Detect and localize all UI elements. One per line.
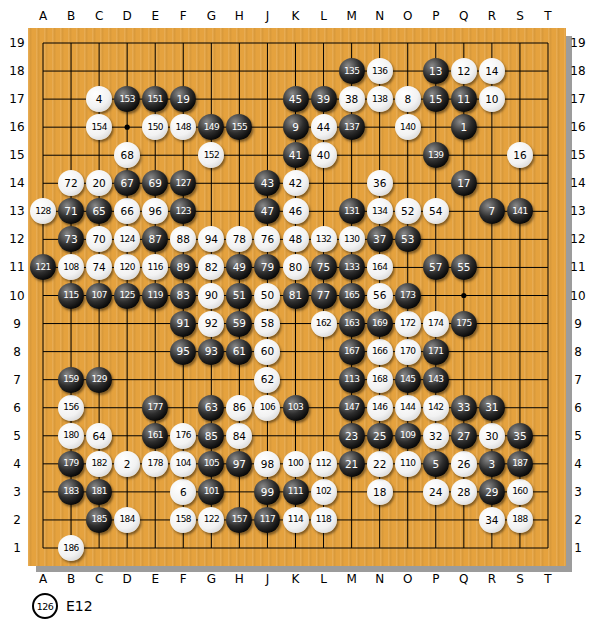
move-number: 55 — [457, 262, 470, 273]
move-number: 125 — [119, 291, 134, 300]
stone-L2[interactable]: 118 — [311, 507, 337, 533]
go-kifu-diagram: 1234567891011121314151617181920212223242… — [0, 0, 600, 635]
col-label-top-E: E — [151, 9, 159, 23]
move-number: 78 — [233, 234, 246, 245]
move-number: 188 — [512, 515, 527, 524]
stone-N18[interactable]: 136 — [367, 58, 393, 84]
row-label-right-2: 2 — [574, 513, 582, 527]
stone-C7[interactable]: 129 — [86, 367, 112, 393]
stone-N7[interactable]: 168 — [367, 367, 393, 393]
col-label-top-J: J — [266, 9, 270, 23]
stone-L12[interactable]: 132 — [311, 226, 337, 252]
stone-D10[interactable]: 125 — [114, 283, 140, 309]
move-number: 57 — [429, 262, 442, 273]
col-label-top-T: T — [544, 9, 551, 23]
stone-H5[interactable]: 84 — [226, 423, 252, 449]
stone-C10[interactable]: 107 — [86, 283, 112, 309]
move-number: 24 — [429, 487, 442, 498]
move-number: 108 — [63, 263, 78, 272]
move-number: 112 — [316, 459, 331, 468]
move-number: 120 — [119, 263, 134, 272]
move-number: 92 — [205, 318, 218, 329]
stone-B1[interactable]: 186 — [58, 535, 84, 561]
move-number: 50 — [261, 290, 274, 301]
move-number: 177 — [148, 403, 163, 412]
move-number: 138 — [372, 95, 387, 104]
row-label-right-9: 9 — [574, 317, 582, 331]
stone-K13[interactable]: 46 — [283, 198, 309, 224]
row-label-left-12: 12 — [9, 232, 24, 246]
row-label-right-1: 1 — [574, 541, 582, 555]
move-number: 145 — [400, 375, 415, 384]
stone-O9[interactable]: 172 — [395, 311, 421, 337]
stone-R5[interactable]: 30 — [479, 423, 505, 449]
move-number: 158 — [176, 515, 191, 524]
stone-N14[interactable]: 36 — [367, 170, 393, 196]
stone-P4[interactable]: 5 — [423, 451, 449, 477]
move-number: 167 — [344, 347, 359, 356]
stone-L17[interactable]: 39 — [311, 86, 337, 112]
move-number: 187 — [512, 459, 527, 468]
col-label-top-C: C — [95, 9, 103, 23]
stone-H10[interactable]: 51 — [226, 283, 252, 309]
stone-H9[interactable]: 59 — [226, 311, 252, 337]
move-number: 86 — [233, 402, 246, 413]
col-label-bottom-N: N — [375, 572, 384, 586]
stone-K10[interactable]: 81 — [283, 283, 309, 309]
move-number: 160 — [512, 487, 527, 496]
move-number: 182 — [91, 459, 106, 468]
move-number: 111 — [288, 487, 303, 496]
stone-R18[interactable]: 14 — [479, 58, 505, 84]
move-number: 61 — [233, 346, 246, 357]
move-number: 180 — [63, 431, 78, 440]
move-number: 100 — [288, 459, 303, 468]
move-number: 84 — [233, 431, 246, 442]
move-number: 68 — [120, 150, 133, 161]
stone-K4[interactable]: 100 — [283, 451, 309, 477]
move-number: 4 — [96, 94, 103, 105]
stone-O10[interactable]: 173 — [395, 283, 421, 309]
stone-P7[interactable]: 143 — [423, 367, 449, 393]
col-label-bottom-T: T — [544, 572, 551, 586]
move-number: 44 — [317, 122, 330, 133]
row-label-right-4: 4 — [574, 457, 582, 471]
move-number: 29 — [485, 487, 498, 498]
stone-Q5[interactable]: 27 — [451, 423, 477, 449]
move-number: 156 — [63, 403, 78, 412]
stone-M11[interactable]: 133 — [339, 254, 365, 280]
move-number: 54 — [429, 206, 442, 217]
move-number: 133 — [344, 263, 359, 272]
go-board[interactable]: 1234567891011121314151617181920212223242… — [28, 28, 566, 566]
move-number: 12 — [457, 66, 470, 77]
move-number: 172 — [400, 319, 415, 328]
move-number: 121 — [35, 263, 50, 272]
stone-P9[interactable]: 174 — [423, 311, 449, 337]
move-number: 26 — [457, 459, 470, 470]
stone-F8[interactable]: 95 — [170, 339, 196, 365]
col-label-top-L: L — [320, 9, 327, 23]
stone-K11[interactable]: 80 — [283, 254, 309, 280]
move-number: 71 — [64, 206, 77, 217]
stone-G8[interactable]: 93 — [198, 339, 224, 365]
stone-B5[interactable]: 180 — [58, 423, 84, 449]
move-number: 127 — [176, 179, 191, 188]
stone-G6[interactable]: 63 — [198, 395, 224, 421]
stone-N9[interactable]: 169 — [367, 311, 393, 337]
move-number: 109 — [400, 431, 415, 440]
move-number: 93 — [205, 346, 218, 357]
stone-K17[interactable]: 45 — [283, 86, 309, 112]
move-number: 59 — [233, 318, 246, 329]
stone-M8[interactable]: 167 — [339, 339, 365, 365]
stone-R17[interactable]: 10 — [479, 86, 505, 112]
move-number: 151 — [148, 95, 163, 104]
stone-E4[interactable]: 178 — [142, 451, 168, 477]
stone-N4[interactable]: 22 — [367, 451, 393, 477]
stone-C5[interactable]: 64 — [86, 423, 112, 449]
row-label-right-8: 8 — [574, 345, 582, 359]
stone-F5[interactable]: 176 — [170, 423, 196, 449]
stone-K6[interactable]: 103 — [283, 395, 309, 421]
stone-N10[interactable]: 56 — [367, 283, 393, 309]
move-number: 144 — [400, 403, 415, 412]
stone-E5[interactable]: 161 — [142, 423, 168, 449]
move-number: 94 — [205, 234, 218, 245]
col-label-bottom-P: P — [432, 572, 439, 586]
stone-M17[interactable]: 38 — [339, 86, 365, 112]
move-number: 77 — [317, 290, 330, 301]
stone-J6[interactable]: 106 — [254, 395, 280, 421]
move-number: 22 — [373, 459, 386, 470]
row-label-right-3: 3 — [574, 485, 582, 499]
stone-N3[interactable]: 18 — [367, 479, 393, 505]
move-number: 88 — [177, 234, 190, 245]
move-number: 128 — [35, 207, 50, 216]
move-number: 164 — [372, 263, 387, 272]
move-number: 62 — [261, 374, 274, 385]
stone-Q18[interactable]: 12 — [451, 58, 477, 84]
move-number: 186 — [63, 544, 78, 553]
move-number: 83 — [177, 290, 190, 301]
stone-G10[interactable]: 90 — [198, 283, 224, 309]
col-label-top-N: N — [375, 9, 384, 23]
move-number: 65 — [92, 206, 105, 217]
move-number: 47 — [261, 206, 274, 217]
move-number: 30 — [485, 431, 498, 442]
row-label-left-9: 9 — [13, 317, 21, 331]
stone-S4[interactable]: 187 — [507, 451, 533, 477]
stone-N13[interactable]: 134 — [367, 198, 393, 224]
stone-L15[interactable]: 40 — [311, 142, 337, 168]
move-number: 16 — [513, 150, 526, 161]
move-number: 181 — [91, 487, 106, 496]
col-label-top-S: S — [516, 9, 524, 23]
stone-Q4[interactable]: 26 — [451, 451, 477, 477]
row-label-left-3: 3 — [13, 485, 21, 499]
move-number: 141 — [512, 207, 527, 216]
stone-L10[interactable]: 77 — [311, 283, 337, 309]
stone-K2[interactable]: 114 — [283, 507, 309, 533]
col-label-bottom-S: S — [516, 572, 524, 586]
col-label-top-O: O — [403, 9, 412, 23]
stone-F9[interactable]: 91 — [170, 311, 196, 337]
move-number: 124 — [119, 235, 134, 244]
stone-M9[interactable]: 163 — [339, 311, 365, 337]
stone-J8[interactable]: 60 — [254, 339, 280, 365]
stone-M12[interactable]: 130 — [339, 226, 365, 252]
stone-K3[interactable]: 111 — [283, 479, 309, 505]
move-number: 79 — [261, 262, 274, 273]
move-number: 19 — [177, 94, 190, 105]
col-label-bottom-B: B — [67, 572, 75, 586]
move-number: 95 — [177, 346, 190, 357]
stone-O4[interactable]: 110 — [395, 451, 421, 477]
move-number: 20 — [92, 178, 105, 189]
row-label-left-13: 13 — [9, 204, 24, 218]
stone-M13[interactable]: 131 — [339, 198, 365, 224]
row-label-right-12: 12 — [570, 232, 585, 246]
move-number: 142 — [428, 403, 443, 412]
col-label-bottom-R: R — [488, 572, 496, 586]
stone-F3[interactable]: 6 — [170, 479, 196, 505]
stone-B7[interactable]: 159 — [58, 367, 84, 393]
stone-Q16[interactable]: 1 — [451, 114, 477, 140]
stone-K12[interactable]: 48 — [283, 226, 309, 252]
stone-J9[interactable]: 58 — [254, 311, 280, 337]
col-label-bottom-M: M — [346, 572, 356, 586]
stone-M4[interactable]: 21 — [339, 451, 365, 477]
col-label-top-P: P — [432, 9, 439, 23]
col-label-bottom-J: J — [266, 572, 270, 586]
move-number: 1 — [460, 122, 467, 133]
move-number: 174 — [428, 319, 443, 328]
stone-H6[interactable]: 86 — [226, 395, 252, 421]
move-number: 114 — [288, 515, 303, 524]
stone-S15[interactable]: 16 — [507, 142, 533, 168]
stone-R2[interactable]: 34 — [479, 507, 505, 533]
stone-K16[interactable]: 9 — [283, 114, 309, 140]
stone-M16[interactable]: 137 — [339, 114, 365, 140]
move-number: 170 — [400, 347, 415, 356]
stone-M6[interactable]: 147 — [339, 395, 365, 421]
stone-M18[interactable]: 135 — [339, 58, 365, 84]
move-number: 69 — [149, 178, 162, 189]
stone-F4[interactable]: 104 — [170, 451, 196, 477]
stone-P3[interactable]: 24 — [423, 479, 449, 505]
move-number: 157 — [232, 515, 247, 524]
stone-J10[interactable]: 50 — [254, 283, 280, 309]
stone-N6[interactable]: 146 — [367, 395, 393, 421]
col-label-top-D: D — [123, 9, 132, 23]
move-number: 135 — [344, 67, 359, 76]
move-number: 146 — [372, 403, 387, 412]
stone-G4[interactable]: 105 — [198, 451, 224, 477]
row-label-left-6: 6 — [13, 401, 21, 415]
move-number: 155 — [232, 123, 247, 132]
stone-L9[interactable]: 162 — [311, 311, 337, 337]
stone-B6[interactable]: 156 — [58, 395, 84, 421]
move-number: 103 — [288, 403, 303, 412]
stone-O5[interactable]: 109 — [395, 423, 421, 449]
stone-O6[interactable]: 144 — [395, 395, 421, 421]
stone-N5[interactable]: 25 — [367, 423, 393, 449]
move-number: 32 — [429, 431, 442, 442]
col-label-top-G: G — [207, 9, 216, 23]
stone-L11[interactable]: 75 — [311, 254, 337, 280]
move-number: 70 — [92, 234, 105, 245]
move-number: 21 — [345, 459, 358, 470]
stone-M5[interactable]: 23 — [339, 423, 365, 449]
col-label-top-F: F — [180, 9, 187, 23]
move-number: 134 — [372, 207, 387, 216]
move-number: 90 — [205, 290, 218, 301]
stone-E10[interactable]: 119 — [142, 283, 168, 309]
row-label-right-10: 10 — [570, 289, 585, 303]
stone-O16[interactable]: 140 — [395, 114, 421, 140]
row-label-right-18: 18 — [570, 64, 585, 78]
move-number: 53 — [401, 234, 414, 245]
move-number: 183 — [63, 487, 78, 496]
stone-Q9[interactable]: 175 — [451, 311, 477, 337]
stone-N11[interactable]: 164 — [367, 254, 393, 280]
stone-Q14[interactable]: 17 — [451, 170, 477, 196]
row-label-left-1: 1 — [13, 541, 21, 555]
move-number: 161 — [148, 431, 163, 440]
stone-Q17[interactable]: 11 — [451, 86, 477, 112]
caption-white-stone-icon: 126 — [32, 593, 58, 619]
stone-J7[interactable]: 62 — [254, 367, 280, 393]
stone-C2[interactable]: 185 — [86, 507, 112, 533]
move-number: 117 — [260, 515, 275, 524]
move-number: 80 — [289, 262, 302, 273]
move-number: 56 — [373, 290, 386, 301]
row-label-left-4: 4 — [13, 457, 21, 471]
move-number: 51 — [233, 290, 246, 301]
row-label-right-17: 17 — [570, 92, 585, 106]
stone-S2[interactable]: 188 — [507, 507, 533, 533]
move-number: 122 — [204, 515, 219, 524]
stone-M7[interactable]: 113 — [339, 367, 365, 393]
row-label-right-11: 11 — [570, 260, 585, 274]
move-number: 162 — [316, 319, 331, 328]
stone-N12[interactable]: 37 — [367, 226, 393, 252]
stone-F10[interactable]: 83 — [170, 283, 196, 309]
move-number: 152 — [204, 151, 219, 160]
stone-S3[interactable]: 160 — [507, 479, 533, 505]
stone-E6[interactable]: 177 — [142, 395, 168, 421]
stone-O7[interactable]: 145 — [395, 367, 421, 393]
stone-O8[interactable]: 170 — [395, 339, 421, 365]
stone-N8[interactable]: 166 — [367, 339, 393, 365]
stone-G9[interactable]: 92 — [198, 311, 224, 337]
move-number: 25 — [373, 431, 386, 442]
move-number: 49 — [233, 262, 246, 273]
stone-B10[interactable]: 115 — [58, 283, 84, 309]
stone-Q6[interactable]: 33 — [451, 395, 477, 421]
move-number: 42 — [289, 178, 302, 189]
move-number: 98 — [261, 459, 274, 470]
move-number: 168 — [372, 375, 387, 384]
move-number: 17 — [457, 178, 470, 189]
stone-P13[interactable]: 54 — [423, 198, 449, 224]
stone-B3[interactable]: 183 — [58, 479, 84, 505]
move-number: 136 — [372, 67, 387, 76]
move-number: 96 — [149, 206, 162, 217]
stone-O12[interactable]: 53 — [395, 226, 421, 252]
col-label-bottom-G: G — [207, 572, 216, 586]
move-number: 9 — [292, 122, 299, 133]
move-number: 48 — [289, 234, 302, 245]
row-label-right-7: 7 — [574, 373, 582, 387]
move-number: 36 — [373, 178, 386, 189]
col-label-top-R: R — [488, 9, 496, 23]
row-label-left-11: 11 — [9, 260, 24, 274]
stone-P8[interactable]: 171 — [423, 339, 449, 365]
move-number: 87 — [149, 234, 162, 245]
move-number: 66 — [120, 206, 133, 217]
stone-R6[interactable]: 31 — [479, 395, 505, 421]
stone-L4[interactable]: 112 — [311, 451, 337, 477]
move-number: 101 — [204, 487, 219, 496]
col-label-bottom-H: H — [235, 572, 244, 586]
stone-M10[interactable]: 165 — [339, 283, 365, 309]
stone-L3[interactable]: 102 — [311, 479, 337, 505]
stone-S5[interactable]: 35 — [507, 423, 533, 449]
move-number: 137 — [344, 123, 359, 132]
stone-L16[interactable]: 44 — [311, 114, 337, 140]
stone-D2[interactable]: 184 — [114, 507, 140, 533]
move-number: 106 — [260, 403, 275, 412]
move-number: 129 — [91, 375, 106, 384]
stone-N17[interactable]: 138 — [367, 86, 393, 112]
row-label-left-10: 10 — [9, 289, 24, 303]
move-number: 113 — [344, 375, 359, 384]
move-number: 147 — [344, 403, 359, 412]
move-number: 115 — [63, 291, 78, 300]
stone-Q3[interactable]: 28 — [451, 479, 477, 505]
move-number: 10 — [485, 94, 498, 105]
stone-C3[interactable]: 181 — [86, 479, 112, 505]
stone-P5[interactable]: 32 — [423, 423, 449, 449]
stone-P17[interactable]: 15 — [423, 86, 449, 112]
stone-P18[interactable]: 13 — [423, 58, 449, 84]
move-number: 73 — [64, 234, 77, 245]
stone-O17[interactable]: 8 — [395, 86, 421, 112]
stone-H8[interactable]: 61 — [226, 339, 252, 365]
stone-R4[interactable]: 3 — [479, 451, 505, 477]
move-number: 118 — [316, 515, 331, 524]
stone-R3[interactable]: 29 — [479, 479, 505, 505]
stone-G5[interactable]: 85 — [198, 423, 224, 449]
stone-P6[interactable]: 142 — [423, 395, 449, 421]
stone-K14[interactable]: 42 — [283, 170, 309, 196]
stone-O13[interactable]: 52 — [395, 198, 421, 224]
row-label-left-18: 18 — [9, 64, 24, 78]
move-number: 15 — [429, 94, 442, 105]
stone-B4[interactable]: 179 — [58, 451, 84, 477]
col-label-top-M: M — [346, 9, 356, 23]
stone-K15[interactable]: 41 — [283, 142, 309, 168]
stone-P15[interactable]: 139 — [423, 142, 449, 168]
move-number: 153 — [119, 95, 134, 104]
stone-C4[interactable]: 182 — [86, 451, 112, 477]
row-label-left-14: 14 — [9, 176, 24, 190]
col-label-top-K: K — [292, 9, 300, 23]
move-number: 178 — [148, 459, 163, 468]
stone-D4[interactable]: 2 — [114, 451, 140, 477]
